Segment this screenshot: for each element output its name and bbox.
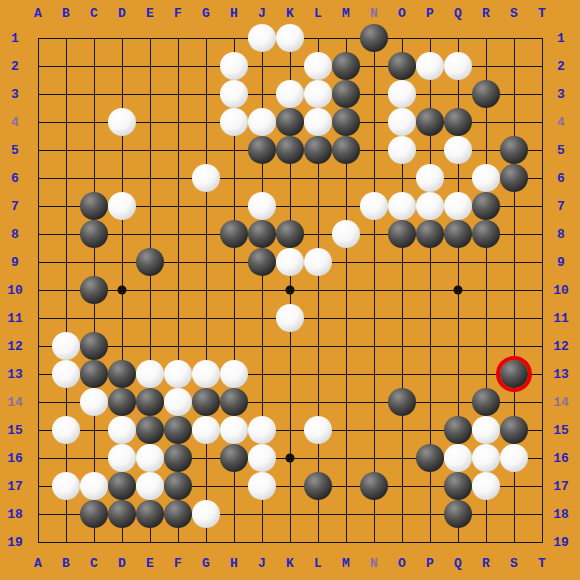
- row-label-right-17: 17: [553, 480, 569, 493]
- row-label-left-6: 6: [11, 172, 19, 185]
- stone-black-S6: [500, 164, 528, 192]
- stone-black-O8: [388, 220, 416, 248]
- col-label-bottom-O: O: [398, 557, 406, 570]
- stone-black-P8: [416, 220, 444, 248]
- row-label-right-13: 13: [553, 368, 569, 381]
- stone-black-C10: [80, 276, 108, 304]
- stone-white-O7: [388, 192, 416, 220]
- col-label-bottom-K: K: [286, 557, 294, 570]
- stone-black-N1: [360, 24, 388, 52]
- col-label-bottom-L: L: [314, 557, 322, 570]
- stone-black-F18: [164, 500, 192, 528]
- row-label-right-3: 3: [557, 88, 565, 101]
- row-label-right-2: 2: [557, 60, 565, 73]
- stone-white-K3: [276, 80, 304, 108]
- row-label-right-19: 19: [553, 536, 569, 549]
- stone-white-E17: [136, 472, 164, 500]
- stone-white-P2: [416, 52, 444, 80]
- col-label-bottom-J: J: [258, 557, 266, 570]
- col-label-top-J: J: [258, 7, 266, 20]
- row-label-left-5: 5: [11, 144, 19, 157]
- stone-black-Q4: [444, 108, 472, 136]
- stone-white-L4: [304, 108, 332, 136]
- stone-white-D4: [108, 108, 136, 136]
- stone-black-D14: [108, 388, 136, 416]
- col-label-top-T: T: [538, 7, 546, 20]
- stone-white-D15: [108, 416, 136, 444]
- col-label-bottom-C: C: [90, 557, 98, 570]
- col-label-bottom-T: T: [538, 557, 546, 570]
- stone-black-R8: [472, 220, 500, 248]
- stone-white-J17: [248, 472, 276, 500]
- stone-black-E15: [136, 416, 164, 444]
- col-label-bottom-Q: Q: [454, 557, 462, 570]
- stone-white-K1: [276, 24, 304, 52]
- stone-white-K9: [276, 248, 304, 276]
- col-label-top-S: S: [510, 7, 518, 20]
- row-label-right-8: 8: [557, 228, 565, 241]
- stone-white-O4: [388, 108, 416, 136]
- col-label-top-M: M: [342, 7, 350, 20]
- stone-black-D17: [108, 472, 136, 500]
- stone-black-F17: [164, 472, 192, 500]
- stone-black-M4: [332, 108, 360, 136]
- stone-white-R15: [472, 416, 500, 444]
- stone-white-D7: [108, 192, 136, 220]
- stone-black-F16: [164, 444, 192, 472]
- col-label-top-P: P: [426, 7, 434, 20]
- row-label-right-12: 12: [553, 340, 569, 353]
- stone-white-Q2: [444, 52, 472, 80]
- row-label-left-13: 13: [7, 368, 23, 381]
- row-label-left-16: 16: [7, 452, 23, 465]
- col-label-bottom-F: F: [174, 557, 182, 570]
- stone-white-N7: [360, 192, 388, 220]
- stone-white-C17: [80, 472, 108, 500]
- stone-black-E9: [136, 248, 164, 276]
- row-label-left-11: 11: [7, 312, 23, 325]
- stone-black-K5: [276, 136, 304, 164]
- stone-black-N17: [360, 472, 388, 500]
- col-label-top-D: D: [118, 7, 126, 20]
- stone-black-E18: [136, 500, 164, 528]
- row-label-right-7: 7: [557, 200, 565, 213]
- stone-black-M5: [332, 136, 360, 164]
- stone-black-C13: [80, 360, 108, 388]
- stone-black-S15: [500, 416, 528, 444]
- stone-white-G15: [192, 416, 220, 444]
- stone-black-L17: [304, 472, 332, 500]
- col-label-top-E: E: [146, 7, 154, 20]
- stone-black-O2: [388, 52, 416, 80]
- stone-white-K11: [276, 304, 304, 332]
- stone-white-Q5: [444, 136, 472, 164]
- row-label-right-15: 15: [553, 424, 569, 437]
- col-label-top-G: G: [202, 7, 210, 20]
- col-label-bottom-H: H: [230, 557, 238, 570]
- star-point-K16: [286, 454, 295, 463]
- row-label-left-14: 14: [7, 396, 23, 409]
- stone-black-E14: [136, 388, 164, 416]
- col-label-top-B: B: [62, 7, 70, 20]
- row-label-left-9: 9: [11, 256, 19, 269]
- row-label-right-10: 10: [553, 284, 569, 297]
- col-label-top-N: N: [370, 7, 378, 20]
- stone-white-G6: [192, 164, 220, 192]
- stone-white-J15: [248, 416, 276, 444]
- stone-black-H8: [220, 220, 248, 248]
- stone-white-R17: [472, 472, 500, 500]
- col-label-bottom-E: E: [146, 557, 154, 570]
- col-label-top-K: K: [286, 7, 294, 20]
- row-label-left-7: 7: [11, 200, 19, 213]
- last-move-marker: [496, 356, 532, 392]
- stone-white-Q7: [444, 192, 472, 220]
- row-label-right-9: 9: [557, 256, 565, 269]
- row-label-left-17: 17: [7, 480, 23, 493]
- stone-white-L2: [304, 52, 332, 80]
- row-label-right-1: 1: [557, 32, 565, 45]
- row-label-left-10: 10: [7, 284, 23, 297]
- stone-white-E16: [136, 444, 164, 472]
- stone-black-K4: [276, 108, 304, 136]
- stone-white-H2: [220, 52, 248, 80]
- stone-black-R3: [472, 80, 500, 108]
- col-label-top-H: H: [230, 7, 238, 20]
- stone-white-J16: [248, 444, 276, 472]
- stone-black-H14: [220, 388, 248, 416]
- go-board[interactable]: AABBCCDDEEFFGGHHJJKKLLMMNNOOPPQQRRSSTT11…: [0, 0, 580, 580]
- col-label-top-Q: Q: [454, 7, 462, 20]
- row-label-right-14: 14: [553, 396, 569, 409]
- col-label-bottom-R: R: [482, 557, 490, 570]
- stone-white-L3: [304, 80, 332, 108]
- row-label-left-3: 3: [11, 88, 19, 101]
- row-label-right-4: 4: [557, 116, 565, 129]
- row-label-right-6: 6: [557, 172, 565, 185]
- stone-white-B15: [52, 416, 80, 444]
- row-label-left-18: 18: [7, 508, 23, 521]
- row-label-right-5: 5: [557, 144, 565, 157]
- stone-black-Q15: [444, 416, 472, 444]
- stone-black-P16: [416, 444, 444, 472]
- stone-black-R14: [472, 388, 500, 416]
- stone-black-J8: [248, 220, 276, 248]
- stone-black-C8: [80, 220, 108, 248]
- stone-white-E13: [136, 360, 164, 388]
- stone-black-Q17: [444, 472, 472, 500]
- stone-white-L9: [304, 248, 332, 276]
- stone-white-H15: [220, 416, 248, 444]
- stone-white-J4: [248, 108, 276, 136]
- star-point-Q10: [454, 286, 463, 295]
- star-point-D10: [118, 286, 127, 295]
- col-label-bottom-B: B: [62, 557, 70, 570]
- row-label-right-18: 18: [553, 508, 569, 521]
- col-label-top-C: C: [90, 7, 98, 20]
- stone-white-P6: [416, 164, 444, 192]
- stone-black-J5: [248, 136, 276, 164]
- stone-black-F15: [164, 416, 192, 444]
- col-label-bottom-A: A: [34, 557, 42, 570]
- stone-black-D18: [108, 500, 136, 528]
- col-label-bottom-S: S: [510, 557, 518, 570]
- stone-white-H13: [220, 360, 248, 388]
- stone-black-C12: [80, 332, 108, 360]
- col-label-top-O: O: [398, 7, 406, 20]
- stone-white-M8: [332, 220, 360, 248]
- stone-white-O3: [388, 80, 416, 108]
- stone-black-S5: [500, 136, 528, 164]
- row-label-left-2: 2: [11, 60, 19, 73]
- col-label-bottom-G: G: [202, 557, 210, 570]
- stone-white-F14: [164, 388, 192, 416]
- stone-black-J9: [248, 248, 276, 276]
- stone-black-C7: [80, 192, 108, 220]
- stone-white-H4: [220, 108, 248, 136]
- col-label-bottom-P: P: [426, 557, 434, 570]
- col-label-top-A: A: [34, 7, 42, 20]
- stone-white-Q16: [444, 444, 472, 472]
- stone-white-P7: [416, 192, 444, 220]
- stone-black-L5: [304, 136, 332, 164]
- stone-white-H3: [220, 80, 248, 108]
- col-label-bottom-N: N: [370, 557, 378, 570]
- stone-black-G14: [192, 388, 220, 416]
- stone-white-L15: [304, 416, 332, 444]
- stone-black-C18: [80, 500, 108, 528]
- stone-white-B13: [52, 360, 80, 388]
- stone-white-S16: [500, 444, 528, 472]
- stone-black-R7: [472, 192, 500, 220]
- stone-black-M2: [332, 52, 360, 80]
- col-label-top-L: L: [314, 7, 322, 20]
- row-label-right-16: 16: [553, 452, 569, 465]
- col-label-bottom-D: D: [118, 557, 126, 570]
- row-label-left-19: 19: [7, 536, 23, 549]
- col-label-bottom-M: M: [342, 557, 350, 570]
- row-label-left-15: 15: [7, 424, 23, 437]
- stone-white-R16: [472, 444, 500, 472]
- stone-black-Q18: [444, 500, 472, 528]
- stone-white-G18: [192, 500, 220, 528]
- stone-black-H16: [220, 444, 248, 472]
- row-label-left-1: 1: [11, 32, 19, 45]
- stone-black-K8: [276, 220, 304, 248]
- col-label-top-F: F: [174, 7, 182, 20]
- stone-black-Q8: [444, 220, 472, 248]
- stone-white-B12: [52, 332, 80, 360]
- row-label-left-4: 4: [11, 116, 19, 129]
- stone-black-O14: [388, 388, 416, 416]
- row-label-left-8: 8: [11, 228, 19, 241]
- stone-black-M3: [332, 80, 360, 108]
- row-label-left-12: 12: [7, 340, 23, 353]
- stone-white-R6: [472, 164, 500, 192]
- star-point-K10: [286, 286, 295, 295]
- stone-white-G13: [192, 360, 220, 388]
- stone-white-D16: [108, 444, 136, 472]
- row-label-right-11: 11: [553, 312, 569, 325]
- stone-black-P4: [416, 108, 444, 136]
- stone-white-C14: [80, 388, 108, 416]
- col-label-top-R: R: [482, 7, 490, 20]
- stone-black-D13: [108, 360, 136, 388]
- stone-white-J7: [248, 192, 276, 220]
- stone-white-B17: [52, 472, 80, 500]
- stone-white-J1: [248, 24, 276, 52]
- stone-white-O5: [388, 136, 416, 164]
- stone-white-F13: [164, 360, 192, 388]
